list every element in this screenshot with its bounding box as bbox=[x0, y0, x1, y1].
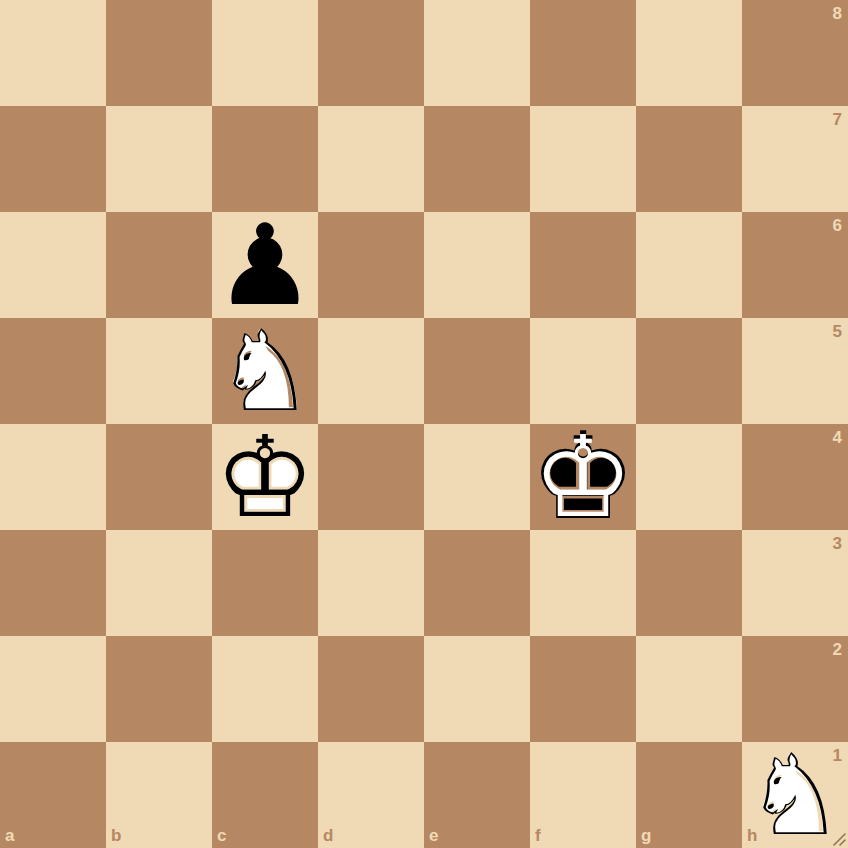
square-f1[interactable]: f bbox=[530, 742, 636, 848]
square-g1[interactable]: g bbox=[636, 742, 742, 848]
square-g3[interactable] bbox=[636, 530, 742, 636]
square-h5[interactable]: 5 bbox=[742, 318, 848, 424]
square-h6[interactable]: 6 bbox=[742, 212, 848, 318]
black-king-outline-icon: ♔ bbox=[530, 424, 636, 530]
square-h2[interactable]: 2 bbox=[742, 636, 848, 742]
file-label-c: c bbox=[217, 827, 226, 844]
square-c4[interactable]: ♚♔ bbox=[212, 424, 318, 530]
square-e8[interactable] bbox=[424, 0, 530, 106]
square-c7[interactable] bbox=[212, 106, 318, 212]
square-g7[interactable] bbox=[636, 106, 742, 212]
rank-label-4: 4 bbox=[833, 429, 842, 446]
square-a2[interactable] bbox=[0, 636, 106, 742]
file-label-b: b bbox=[111, 827, 121, 844]
square-b7[interactable] bbox=[106, 106, 212, 212]
square-e6[interactable] bbox=[424, 212, 530, 318]
square-f2[interactable] bbox=[530, 636, 636, 742]
square-e7[interactable] bbox=[424, 106, 530, 212]
square-d1[interactable]: d bbox=[318, 742, 424, 848]
square-b2[interactable] bbox=[106, 636, 212, 742]
square-e4[interactable] bbox=[424, 424, 530, 530]
square-h8[interactable]: 8 bbox=[742, 0, 848, 106]
square-a5[interactable] bbox=[0, 318, 106, 424]
square-e2[interactable] bbox=[424, 636, 530, 742]
rank-label-3: 3 bbox=[833, 535, 842, 552]
square-d4[interactable] bbox=[318, 424, 424, 530]
white-knight-outline-icon: ♘ bbox=[212, 318, 318, 424]
rank-label-5: 5 bbox=[833, 323, 842, 340]
black-pawn-fill-icon: ♟ bbox=[212, 212, 318, 318]
rank-label-6: 6 bbox=[833, 217, 842, 234]
black-pawn[interactable]: ♟ bbox=[212, 212, 318, 318]
square-a3[interactable] bbox=[0, 530, 106, 636]
square-g2[interactable] bbox=[636, 636, 742, 742]
square-b4[interactable] bbox=[106, 424, 212, 530]
square-h3[interactable]: 3 bbox=[742, 530, 848, 636]
square-c2[interactable] bbox=[212, 636, 318, 742]
square-f7[interactable] bbox=[530, 106, 636, 212]
black-king-fill-icon: ♚ bbox=[526, 420, 639, 533]
rank-label-7: 7 bbox=[833, 111, 842, 128]
board-resize-handle-icon[interactable] bbox=[831, 831, 847, 847]
square-h4[interactable]: 4 bbox=[742, 424, 848, 530]
square-d8[interactable] bbox=[318, 0, 424, 106]
square-f3[interactable] bbox=[530, 530, 636, 636]
white-knight[interactable]: ♞♘ bbox=[212, 318, 318, 424]
square-b8[interactable] bbox=[106, 0, 212, 106]
square-g4[interactable] bbox=[636, 424, 742, 530]
square-e1[interactable]: e bbox=[424, 742, 530, 848]
file-label-d: d bbox=[323, 827, 333, 844]
square-c8[interactable] bbox=[212, 0, 318, 106]
square-f6[interactable] bbox=[530, 212, 636, 318]
black-king[interactable]: ♚♔ bbox=[530, 424, 636, 530]
square-g8[interactable] bbox=[636, 0, 742, 106]
square-c3[interactable] bbox=[212, 530, 318, 636]
square-b6[interactable] bbox=[106, 212, 212, 318]
file-label-e: e bbox=[429, 827, 438, 844]
square-f5[interactable] bbox=[530, 318, 636, 424]
square-c5[interactable]: ♞♘ bbox=[212, 318, 318, 424]
square-d5[interactable] bbox=[318, 318, 424, 424]
square-b1[interactable]: b bbox=[106, 742, 212, 848]
square-e5[interactable] bbox=[424, 318, 530, 424]
square-a4[interactable] bbox=[0, 424, 106, 530]
square-b5[interactable] bbox=[106, 318, 212, 424]
square-a8[interactable] bbox=[0, 0, 106, 106]
square-g5[interactable] bbox=[636, 318, 742, 424]
square-a6[interactable] bbox=[0, 212, 106, 318]
rank-label-8: 8 bbox=[833, 5, 842, 22]
square-a1[interactable]: a bbox=[0, 742, 106, 848]
square-f4[interactable]: ♚♔ bbox=[530, 424, 636, 530]
white-king[interactable]: ♚♔ bbox=[212, 424, 318, 530]
chess-board: 87♟6♞♘5♚♔♚♔432abcdefg1h♞♘ bbox=[0, 0, 848, 848]
rank-label-2: 2 bbox=[833, 641, 842, 658]
square-d6[interactable] bbox=[318, 212, 424, 318]
square-d2[interactable] bbox=[318, 636, 424, 742]
white-king-fill-icon: ♚ bbox=[212, 424, 318, 530]
square-g6[interactable] bbox=[636, 212, 742, 318]
square-h7[interactable]: 7 bbox=[742, 106, 848, 212]
square-d7[interactable] bbox=[318, 106, 424, 212]
file-label-a: a bbox=[5, 827, 14, 844]
white-king-outline-icon: ♔ bbox=[212, 424, 318, 530]
square-a7[interactable] bbox=[0, 106, 106, 212]
square-c6[interactable]: ♟ bbox=[212, 212, 318, 318]
file-label-f: f bbox=[535, 827, 541, 844]
square-d3[interactable] bbox=[318, 530, 424, 636]
white-knight-fill-icon: ♞ bbox=[212, 318, 318, 424]
square-c1[interactable]: c bbox=[212, 742, 318, 848]
square-f8[interactable] bbox=[530, 0, 636, 106]
square-e3[interactable] bbox=[424, 530, 530, 636]
square-b3[interactable] bbox=[106, 530, 212, 636]
file-label-g: g bbox=[641, 827, 651, 844]
